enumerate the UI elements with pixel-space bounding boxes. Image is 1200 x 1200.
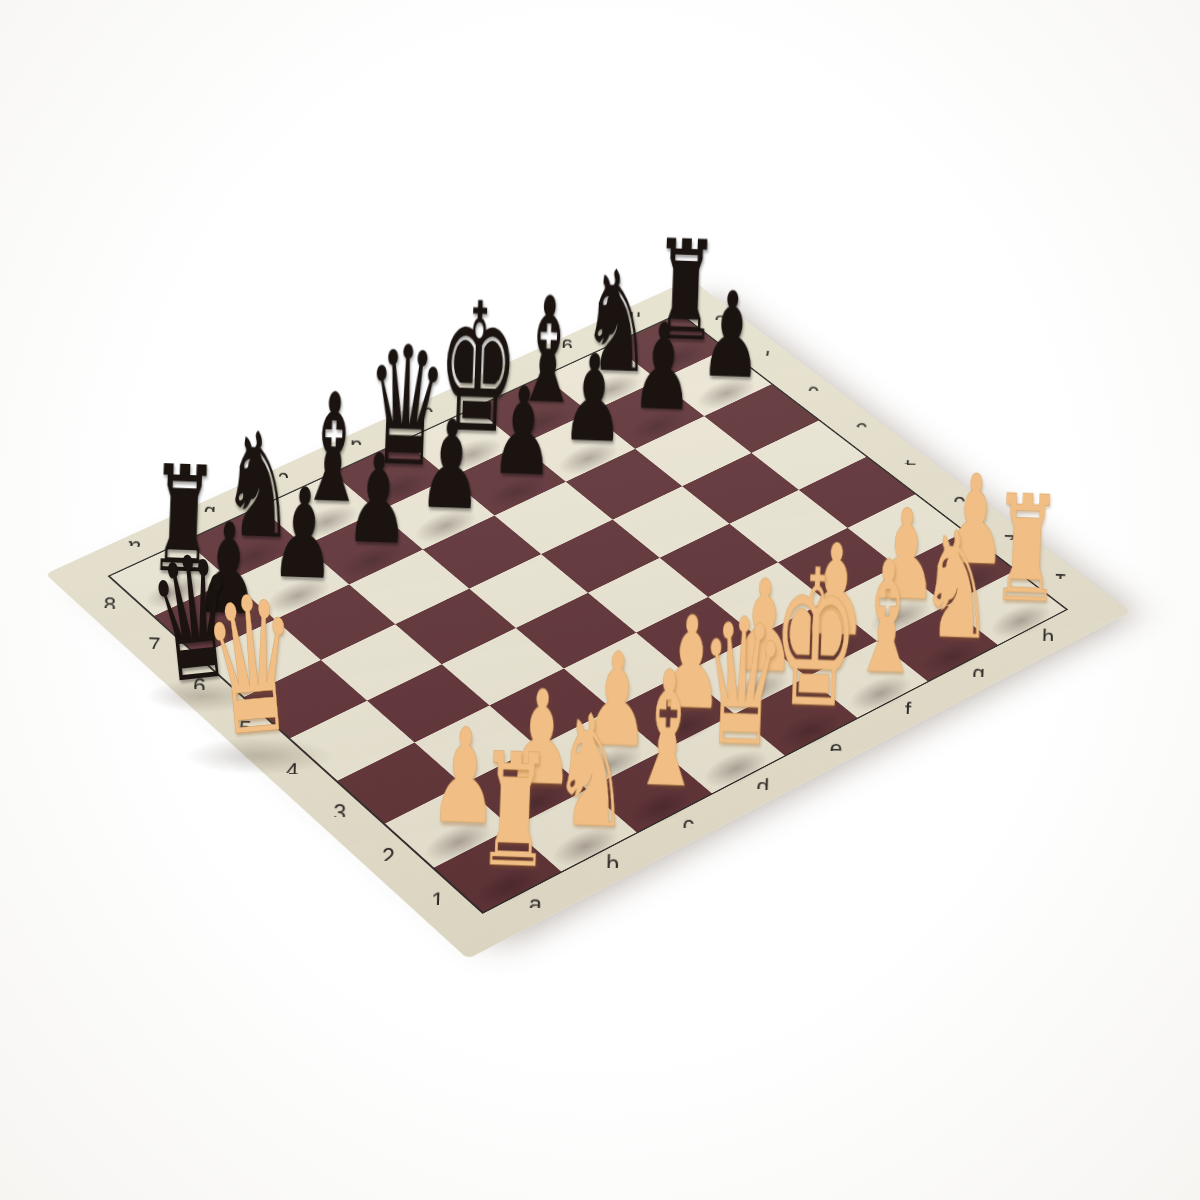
- black-pawn-g7[interactable]: ♟: [630, 310, 696, 425]
- white-rook-h1[interactable]: ♜: [990, 479, 1063, 620]
- rank-label-afile-1: 1: [430, 890, 444, 914]
- white-rook-a1[interactable]: ♜: [475, 736, 553, 886]
- file-label-rank8-a: a: [128, 537, 141, 559]
- rank-label-afile-8: 8: [103, 594, 116, 617]
- file-label-rank1-h: h: [1041, 627, 1054, 650]
- black-pawn-f7[interactable]: ♟: [560, 342, 626, 458]
- file-label-rank1-d: d: [756, 775, 770, 798]
- file-label-rank1-a: a: [528, 894, 542, 918]
- white-knight-b1[interactable]: ♞: [550, 697, 633, 846]
- file-label-rank1-f: f: [904, 700, 911, 723]
- file-label-rank1-c: c: [682, 814, 694, 838]
- white-knight-g1[interactable]: ♞: [917, 514, 996, 657]
- board-perspective-wrap: ♜♞♝♛♚♝♞♜♟♟♟♟♟♟♟♟♟♟♟♟♟♟♟♟♜♞♝♛♚♝♞♜88776655…: [191, 196, 985, 990]
- product-photo-scene: ♜♞♝♛♚♝♞♜♟♟♟♟♟♟♟♟♟♟♟♟♟♟♟♟♜♞♝♛♚♝♞♜88776655…: [0, 0, 1200, 1200]
- white-queen-d1[interactable]: ♛: [696, 600, 788, 769]
- black-pawn-h7[interactable]: ♟: [698, 279, 763, 393]
- rank-label-hfile-4: 4: [903, 456, 916, 478]
- rank-label-afile-2: 2: [381, 846, 395, 870]
- black-pawn-c7[interactable]: ♟: [344, 441, 412, 560]
- black-pawn-e7[interactable]: ♟: [489, 375, 556, 492]
- file-label-rank1-e: e: [829, 737, 842, 760]
- rank-label-hfile-5: 5: [855, 419, 868, 441]
- file-label-rank1-b: b: [605, 853, 619, 877]
- black-pawn-d7[interactable]: ♟: [417, 408, 485, 526]
- rank-label-hfile-6: 6: [807, 382, 819, 403]
- white-bishop-c1[interactable]: ♝: [629, 653, 706, 807]
- file-label-rank1-g: g: [972, 663, 985, 686]
- rank-label-afile-3: 3: [333, 802, 347, 826]
- white-queen-glyph: ♛: [198, 574, 306, 760]
- rank-label-hfile-7: 7: [760, 347, 772, 368]
